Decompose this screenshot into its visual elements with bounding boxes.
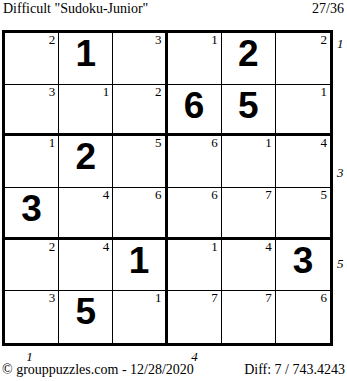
given-digit: 5 <box>238 87 259 124</box>
footer: © grouppuzzles.com - 12/28/2020 Diff: 7 … <box>2 363 345 377</box>
cell-r5c3[interactable]: 1 <box>113 240 167 292</box>
progress-counter: 27/36 <box>312 2 344 16</box>
cell-r6c3[interactable]: 1 <box>113 291 167 343</box>
corner-mark: 1 <box>155 291 162 305</box>
corner-mark: 6 <box>321 291 328 305</box>
cell-r2c3[interactable]: 2 <box>113 85 167 137</box>
corner-mark: 6 <box>155 188 162 202</box>
cell-r5c2[interactable]: 4 <box>59 240 113 292</box>
given-digit: 3 <box>293 242 314 279</box>
corner-mark: 4 <box>265 240 272 254</box>
corner-mark: 3 <box>49 85 56 99</box>
corner-mark: 1 <box>321 85 328 99</box>
cell-r3c2[interactable]: 2 <box>59 136 113 188</box>
cell-r5c4[interactable]: 1 <box>168 240 222 292</box>
given-digit: 3 <box>21 190 42 227</box>
cell-r2c6[interactable]: 1 <box>276 85 330 137</box>
puzzle-page: Difficult "Sudoku-Junior" 27/36 21312231… <box>0 0 347 381</box>
cell-r5c6[interactable]: 3 <box>276 240 330 292</box>
corner-mark: 7 <box>265 188 272 202</box>
corner-mark: 5 <box>155 136 162 150</box>
corner-mark: 4 <box>103 188 110 202</box>
corner-mark: 1 <box>103 85 110 99</box>
corner-mark: 3 <box>49 291 56 305</box>
cell-r1c5[interactable]: 2 <box>222 33 276 85</box>
puzzle-title: Difficult "Sudoku-Junior" <box>3 2 148 16</box>
cell-r3c1[interactable]: 1 <box>5 136 59 188</box>
cell-r1c4[interactable]: 1 <box>168 33 222 85</box>
cell-r4c4[interactable]: 6 <box>168 188 222 240</box>
corner-mark: 5 <box>321 188 328 202</box>
cell-r6c6[interactable]: 6 <box>276 291 330 343</box>
cell-r4c2[interactable]: 4 <box>59 188 113 240</box>
corner-mark: 3 <box>155 33 162 47</box>
corner-mark: 2 <box>155 85 162 99</box>
corner-mark: 4 <box>321 136 328 150</box>
corner-mark: 6 <box>211 188 218 202</box>
given-digit: 1 <box>129 242 150 279</box>
row-label-1: 1 <box>337 37 344 50</box>
cell-r1c1[interactable]: 2 <box>5 33 59 85</box>
row-label-3: 3 <box>337 166 344 179</box>
given-digit: 6 <box>184 87 205 124</box>
corner-mark: 1 <box>211 33 218 47</box>
corner-mark: 2 <box>49 33 56 47</box>
cell-r6c5[interactable]: 7 <box>222 291 276 343</box>
corner-mark: 2 <box>49 240 56 254</box>
cell-r6c1[interactable]: 3 <box>5 291 59 343</box>
cell-r4c5[interactable]: 7 <box>222 188 276 240</box>
cell-r1c6[interactable]: 2 <box>276 33 330 85</box>
corner-mark: 7 <box>265 291 272 305</box>
cell-r4c6[interactable]: 5 <box>276 188 330 240</box>
cell-r4c3[interactable]: 6 <box>113 188 167 240</box>
difficulty-text: Diff: 7 / 743.4243 <box>244 363 345 377</box>
corner-mark: 1 <box>265 136 272 150</box>
cell-r2c4[interactable]: 6 <box>168 85 222 137</box>
corner-mark: 4 <box>103 240 110 254</box>
given-digit: 5 <box>75 293 96 330</box>
copyright-text: © grouppuzzles.com - 12/28/2020 <box>2 363 194 377</box>
cell-r3c3[interactable]: 5 <box>113 136 167 188</box>
corner-mark: 7 <box>211 291 218 305</box>
given-digit: 1 <box>75 35 96 72</box>
given-digit: 2 <box>75 138 96 175</box>
cell-r5c5[interactable]: 4 <box>222 240 276 292</box>
cell-r2c2[interactable]: 1 <box>59 85 113 137</box>
corner-mark: 1 <box>211 240 218 254</box>
cell-r6c2[interactable]: 5 <box>59 291 113 343</box>
given-digit: 2 <box>238 35 259 72</box>
row-label-5: 5 <box>337 257 344 270</box>
cell-r2c1[interactable]: 3 <box>5 85 59 137</box>
cell-r4c1[interactable]: 3 <box>5 188 59 240</box>
corner-mark: 6 <box>211 136 218 150</box>
cell-r3c4[interactable]: 6 <box>168 136 222 188</box>
cell-r6c4[interactable]: 7 <box>168 291 222 343</box>
cell-r5c1[interactable]: 2 <box>5 240 59 292</box>
cell-r3c6[interactable]: 4 <box>276 136 330 188</box>
corner-mark: 1 <box>49 136 56 150</box>
cell-r1c3[interactable]: 3 <box>113 33 167 85</box>
sudoku-board: 213122312651125614346675241143351776 <box>2 30 333 346</box>
cell-r3c5[interactable]: 1 <box>222 136 276 188</box>
corner-mark: 2 <box>321 33 328 47</box>
cell-r2c5[interactable]: 5 <box>222 85 276 137</box>
cell-r1c2[interactable]: 1 <box>59 33 113 85</box>
